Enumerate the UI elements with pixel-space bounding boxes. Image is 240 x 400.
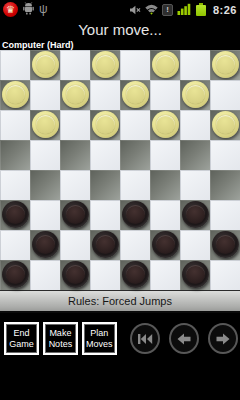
board-square-r0c6[interactable] xyxy=(180,50,210,80)
board-square-r1c2[interactable] xyxy=(60,80,90,110)
black-piece[interactable] xyxy=(2,201,29,228)
board-square-r5c4[interactable] xyxy=(120,200,150,230)
board-square-r4c7[interactable] xyxy=(210,170,240,200)
board-square-r0c0[interactable] xyxy=(0,50,30,80)
arrow-left-icon xyxy=(175,332,193,346)
board-square-r4c4[interactable] xyxy=(120,170,150,200)
board-square-r5c2[interactable] xyxy=(60,200,90,230)
board-square-r2c5[interactable] xyxy=(150,110,180,140)
board-square-r5c3[interactable] xyxy=(90,200,120,230)
yellow-piece[interactable] xyxy=(32,111,59,138)
board-square-r2c1[interactable] xyxy=(30,110,60,140)
battery-icon xyxy=(196,3,206,16)
status-bar: ♛ ψ xyxy=(0,0,240,19)
yellow-piece[interactable] xyxy=(152,51,179,78)
yellow-piece[interactable] xyxy=(62,81,89,108)
board-square-r5c5[interactable] xyxy=(150,200,180,230)
status-bar-right: ! 8:26 xyxy=(129,1,237,19)
rules-bar: Rules: Forced Jumps xyxy=(0,290,240,313)
black-piece[interactable] xyxy=(32,231,59,258)
make-notes-button[interactable]: Make Notes xyxy=(43,322,78,355)
board-square-r2c2[interactable] xyxy=(60,110,90,140)
board-square-r0c7[interactable] xyxy=(210,50,240,80)
alert-icon: ! xyxy=(162,4,173,16)
board-square-r6c1[interactable] xyxy=(30,230,60,260)
yellow-piece[interactable] xyxy=(182,81,209,108)
status-bar-left: ♛ ψ xyxy=(3,1,48,19)
yellow-piece[interactable] xyxy=(212,111,239,138)
board-square-r2c4[interactable] xyxy=(120,110,150,140)
board-square-r5c6[interactable] xyxy=(180,200,210,230)
turn-indicator-title: Your move... xyxy=(0,19,240,41)
black-piece[interactable] xyxy=(92,231,119,258)
board-square-r2c7[interactable] xyxy=(210,110,240,140)
board-square-r4c5[interactable] xyxy=(150,170,180,200)
board-square-r3c5[interactable] xyxy=(150,140,180,170)
black-piece[interactable] xyxy=(152,231,179,258)
board-square-r6c4[interactable] xyxy=(120,230,150,260)
board-square-r6c5[interactable] xyxy=(150,230,180,260)
board-square-r7c4[interactable] xyxy=(120,260,150,290)
black-piece[interactable] xyxy=(62,261,89,288)
board xyxy=(0,50,240,290)
board-square-r6c7[interactable] xyxy=(210,230,240,260)
yellow-piece[interactable] xyxy=(152,111,179,138)
board-square-r1c7[interactable] xyxy=(210,80,240,110)
black-piece[interactable] xyxy=(122,261,149,288)
board-square-r3c1[interactable] xyxy=(30,140,60,170)
board-square-r5c7[interactable] xyxy=(210,200,240,230)
board-square-r0c4[interactable] xyxy=(120,50,150,80)
board-square-r6c6[interactable] xyxy=(180,230,210,260)
board-square-r2c3[interactable] xyxy=(90,110,120,140)
board-square-r6c2[interactable] xyxy=(60,230,90,260)
board-square-r7c3[interactable] xyxy=(90,260,120,290)
board-square-r7c2[interactable] xyxy=(60,260,90,290)
board-square-r1c5[interactable] xyxy=(150,80,180,110)
board-square-r0c3[interactable] xyxy=(90,50,120,80)
board-square-r1c6[interactable] xyxy=(180,80,210,110)
board-square-r4c0[interactable] xyxy=(0,170,30,200)
volume-muted-icon xyxy=(129,1,141,19)
board-square-r7c1[interactable] xyxy=(30,260,60,290)
board-square-r1c0[interactable] xyxy=(0,80,30,110)
board-square-r1c4[interactable] xyxy=(120,80,150,110)
board-square-r4c6[interactable] xyxy=(180,170,210,200)
black-piece[interactable] xyxy=(212,231,239,258)
redo-move-button[interactable] xyxy=(208,323,238,354)
yellow-piece[interactable] xyxy=(92,51,119,78)
board-square-r4c2[interactable] xyxy=(60,170,90,200)
board-square-r2c6[interactable] xyxy=(180,110,210,140)
opponent-label: Computer (Hard) xyxy=(0,41,240,50)
board-square-r7c7[interactable] xyxy=(210,260,240,290)
usb-icon: ψ xyxy=(39,3,48,15)
board-square-r3c7[interactable] xyxy=(210,140,240,170)
board-square-r5c1[interactable] xyxy=(30,200,60,230)
board-square-r3c3[interactable] xyxy=(90,140,120,170)
status-bar-clock: 8:26 xyxy=(213,4,237,16)
board-square-r3c6[interactable] xyxy=(180,140,210,170)
board-square-r0c5[interactable] xyxy=(150,50,180,80)
checkers-app-notification-icon: ♛ xyxy=(3,2,18,17)
board-square-r7c6[interactable] xyxy=(180,260,210,290)
board-square-r5c0[interactable] xyxy=(0,200,30,230)
android-robot-icon xyxy=(23,1,34,19)
board-square-r3c2[interactable] xyxy=(60,140,90,170)
board-square-r0c1[interactable] xyxy=(30,50,60,80)
board-square-r7c5[interactable] xyxy=(150,260,180,290)
black-piece[interactable] xyxy=(62,201,89,228)
black-piece[interactable] xyxy=(182,261,209,288)
yellow-piece[interactable] xyxy=(92,111,119,138)
plan-moves-button[interactable]: Plan Moves xyxy=(82,322,117,355)
yellow-piece[interactable] xyxy=(32,51,59,78)
board-square-r6c0[interactable] xyxy=(0,230,30,260)
skip-to-start-icon xyxy=(136,332,154,346)
yellow-piece[interactable] xyxy=(212,51,239,78)
board-square-r3c4[interactable] xyxy=(120,140,150,170)
undo-move-button[interactable] xyxy=(169,323,199,354)
board-square-r7c0[interactable] xyxy=(0,260,30,290)
signal-strength-icon xyxy=(177,1,191,19)
black-piece[interactable] xyxy=(182,201,209,228)
board-square-r0c2[interactable] xyxy=(60,50,90,80)
end-game-button[interactable]: End Game xyxy=(4,322,39,355)
board-square-r1c1[interactable] xyxy=(30,80,60,110)
black-piece[interactable] xyxy=(122,201,149,228)
black-piece[interactable] xyxy=(2,261,29,288)
skip-to-start-button[interactable] xyxy=(130,323,160,354)
board-square-r4c1[interactable] xyxy=(30,170,60,200)
yellow-piece[interactable] xyxy=(2,81,29,108)
checkers-app-screen: ♛ ψ xyxy=(0,0,240,400)
board-square-r6c3[interactable] xyxy=(90,230,120,260)
yellow-piece[interactable] xyxy=(122,81,149,108)
board-square-r4c3[interactable] xyxy=(90,170,120,200)
board-square-r3c0[interactable] xyxy=(0,140,30,170)
wifi-icon xyxy=(145,1,158,19)
controls-bar: End Game Make Notes Plan Moves xyxy=(0,313,240,355)
board-square-r1c3[interactable] xyxy=(90,80,120,110)
board-square-r2c0[interactable] xyxy=(0,110,30,140)
arrow-right-icon xyxy=(214,332,232,346)
